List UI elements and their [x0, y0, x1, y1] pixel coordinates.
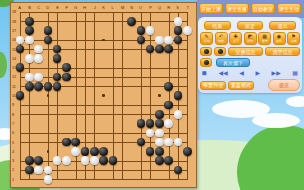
board-intersection[interactable]	[99, 35, 108, 44]
board-intersection[interactable]	[108, 175, 117, 184]
board-intersection[interactable]	[34, 175, 43, 184]
board-intersection[interactable]	[127, 72, 136, 81]
board-intersection[interactable]	[127, 138, 136, 147]
board-intersection[interactable]	[43, 119, 52, 128]
board-intersection[interactable]	[99, 138, 108, 147]
board-intersection[interactable]	[71, 17, 80, 26]
board-intersection[interactable]	[71, 100, 80, 109]
board-intersection[interactable]	[136, 35, 145, 44]
board-intersection[interactable]	[25, 100, 34, 109]
board-intersection[interactable]	[146, 45, 155, 54]
board-intersection[interactable]	[146, 54, 155, 63]
board-intersection[interactable]	[90, 110, 99, 119]
board-intersection[interactable]	[136, 110, 145, 119]
tool-button-悔棋[interactable]: ↶悔棋	[215, 32, 228, 45]
board-intersection[interactable]	[71, 7, 80, 16]
board-intersection[interactable]	[118, 175, 127, 184]
board-intersection[interactable]	[136, 45, 145, 54]
board-intersection[interactable]	[155, 7, 164, 16]
board-intersection[interactable]	[136, 82, 145, 91]
board-intersection[interactable]	[25, 138, 34, 147]
board-intersection[interactable]	[183, 26, 192, 35]
board-intersection[interactable]	[108, 7, 117, 16]
board-intersection[interactable]	[15, 91, 24, 100]
board-intersection[interactable]	[62, 147, 71, 156]
board-intersection[interactable]	[53, 82, 62, 91]
board-intersection[interactable]	[155, 175, 164, 184]
board-intersection[interactable]	[80, 119, 89, 128]
board-intersection[interactable]	[99, 165, 108, 174]
board-intersection[interactable]	[136, 17, 145, 26]
board-intersection[interactable]	[99, 7, 108, 16]
board-intersection[interactable]	[118, 128, 127, 137]
classroom-button[interactable]: 自助教室	[251, 3, 275, 14]
playback-icon[interactable]: ◀	[239, 69, 244, 77]
board-intersection[interactable]	[127, 54, 136, 63]
board-intersection[interactable]	[90, 147, 99, 156]
board-intersection[interactable]	[173, 91, 182, 100]
stone-toggle-button[interactable]	[214, 47, 226, 56]
board-intersection[interactable]	[164, 138, 173, 147]
board-intersection[interactable]	[136, 26, 145, 35]
board-intersection[interactable]	[99, 91, 108, 100]
board-intersection[interactable]	[127, 91, 136, 100]
board-intersection[interactable]	[108, 91, 117, 100]
board-intersection[interactable]	[99, 119, 108, 128]
board-intersection[interactable]	[108, 147, 117, 156]
board-intersection[interactable]	[80, 165, 89, 174]
board-intersection[interactable]	[90, 128, 99, 137]
board-intersection[interactable]	[43, 100, 52, 109]
board-intersection[interactable]	[183, 45, 192, 54]
board-intersection[interactable]	[108, 128, 117, 137]
board-intersection[interactable]	[155, 63, 164, 72]
board-intersection[interactable]	[15, 156, 24, 165]
board-intersection[interactable]	[164, 175, 173, 184]
board-intersection[interactable]	[53, 110, 62, 119]
board-intersection[interactable]	[155, 54, 164, 63]
board-intersection[interactable]	[15, 128, 24, 137]
board-intersection[interactable]	[71, 165, 80, 174]
board-intersection[interactable]	[43, 63, 52, 72]
board-intersection[interactable]	[25, 63, 34, 72]
board-intersection[interactable]	[43, 35, 52, 44]
board-intersection[interactable]	[127, 35, 136, 44]
board-intersection[interactable]	[62, 54, 71, 63]
board-intersection[interactable]	[25, 110, 34, 119]
board-intersection[interactable]	[183, 110, 192, 119]
board-intersection[interactable]	[34, 100, 43, 109]
board-intersection[interactable]	[99, 54, 108, 63]
board-intersection[interactable]	[127, 17, 136, 26]
board-intersection[interactable]	[53, 7, 62, 16]
board-intersection[interactable]	[25, 147, 34, 156]
board-intersection[interactable]	[155, 45, 164, 54]
board-intersection[interactable]	[108, 35, 117, 44]
board-intersection[interactable]	[53, 119, 62, 128]
board-intersection[interactable]	[118, 82, 127, 91]
board-intersection[interactable]	[90, 100, 99, 109]
board-intersection[interactable]	[118, 17, 127, 26]
board-intersection[interactable]	[62, 26, 71, 35]
board-intersection[interactable]	[173, 110, 182, 119]
board-intersection[interactable]	[118, 119, 127, 128]
classroom-button[interactable]: 开始上课	[199, 3, 223, 14]
board-intersection[interactable]	[43, 110, 52, 119]
board-intersection[interactable]	[43, 91, 52, 100]
board-intersection[interactable]	[43, 156, 52, 165]
board-intersection[interactable]	[146, 17, 155, 26]
board-intersection[interactable]	[71, 128, 80, 137]
board-intersection[interactable]	[108, 63, 117, 72]
board-intersection[interactable]	[90, 35, 99, 44]
board-intersection[interactable]	[183, 156, 192, 165]
board-intersection[interactable]	[173, 82, 182, 91]
board-intersection[interactable]	[173, 35, 182, 44]
board-intersection[interactable]	[127, 119, 136, 128]
board-intersection[interactable]	[53, 35, 62, 44]
board-intersection[interactable]	[118, 165, 127, 174]
board-intersection[interactable]	[53, 156, 62, 165]
board-intersection[interactable]	[183, 91, 192, 100]
board-intersection[interactable]	[146, 63, 155, 72]
playback-icon[interactable]: ◼	[202, 69, 207, 77]
board-intersection[interactable]	[80, 35, 89, 44]
board-intersection[interactable]	[99, 45, 108, 54]
board-intersection[interactable]	[90, 72, 99, 81]
board-intersection[interactable]	[164, 17, 173, 26]
board-intersection[interactable]	[136, 7, 145, 16]
tool-button-数子[interactable]: ▦数子	[258, 32, 271, 45]
board-intersection[interactable]	[71, 72, 80, 81]
board-intersection[interactable]	[108, 138, 117, 147]
board-intersection[interactable]	[43, 26, 52, 35]
board-intersection[interactable]	[183, 17, 192, 26]
board-intersection[interactable]	[53, 91, 62, 100]
board-intersection[interactable]	[90, 45, 99, 54]
board-intersection[interactable]	[155, 35, 164, 44]
board-intersection[interactable]	[80, 91, 89, 100]
board-intersection[interactable]	[127, 63, 136, 72]
board-intersection[interactable]	[15, 72, 24, 81]
board-intersection[interactable]	[90, 156, 99, 165]
board-intersection[interactable]	[71, 63, 80, 72]
board-intersection[interactable]	[183, 54, 192, 63]
stone-toggle-button[interactable]	[200, 47, 212, 56]
board-intersection[interactable]	[118, 35, 127, 44]
board-intersection[interactable]	[146, 165, 155, 174]
board-intersection[interactable]	[164, 26, 173, 35]
board-intersection[interactable]	[62, 91, 71, 100]
board-intersection[interactable]	[108, 45, 117, 54]
board-intersection[interactable]	[99, 63, 108, 72]
board-intersection[interactable]	[146, 156, 155, 165]
board-intersection[interactable]	[53, 54, 62, 63]
board-intersection[interactable]	[62, 7, 71, 16]
board-intersection[interactable]	[136, 138, 145, 147]
board-intersection[interactable]	[118, 147, 127, 156]
board-intersection[interactable]	[15, 63, 24, 72]
board-intersection[interactable]	[62, 17, 71, 26]
board-intersection[interactable]	[80, 147, 89, 156]
board-intersection[interactable]	[155, 138, 164, 147]
board-intersection[interactable]	[15, 82, 24, 91]
board-intersection[interactable]	[25, 91, 34, 100]
board-intersection[interactable]	[146, 82, 155, 91]
board-intersection[interactable]	[80, 82, 89, 91]
board-intersection[interactable]	[146, 138, 155, 147]
board-intersection[interactable]	[71, 147, 80, 156]
board-intersection[interactable]	[183, 128, 192, 137]
board-intersection[interactable]	[183, 138, 192, 147]
board-intersection[interactable]	[53, 17, 62, 26]
board-intersection[interactable]	[173, 26, 182, 35]
board-intersection[interactable]	[43, 128, 52, 137]
board-intersection[interactable]	[108, 26, 117, 35]
homework-button[interactable]: 布置作业	[200, 81, 226, 90]
board-intersection[interactable]	[53, 138, 62, 147]
playback-icon[interactable]: ▦	[292, 69, 298, 77]
board-intersection[interactable]	[80, 175, 89, 184]
board-intersection[interactable]	[164, 147, 173, 156]
board-intersection[interactable]	[34, 147, 43, 156]
board-intersection[interactable]	[80, 128, 89, 137]
board-intersection[interactable]	[146, 35, 155, 44]
board-intersection[interactable]	[25, 7, 34, 16]
board-intersection[interactable]	[164, 35, 173, 44]
board-intersection[interactable]	[136, 91, 145, 100]
board-intersection[interactable]	[15, 165, 24, 174]
board-intersection[interactable]	[62, 100, 71, 109]
board-intersection[interactable]	[99, 82, 108, 91]
board-intersection[interactable]	[62, 35, 71, 44]
board-intersection[interactable]	[118, 54, 127, 63]
board-intersection[interactable]	[34, 54, 43, 63]
board-intersection[interactable]	[173, 63, 182, 72]
board-intersection[interactable]	[43, 165, 52, 174]
board-intersection[interactable]	[136, 175, 145, 184]
board-intersection[interactable]	[62, 82, 71, 91]
board-intersection[interactable]	[62, 138, 71, 147]
board-intersection[interactable]	[118, 72, 127, 81]
classroom-button[interactable]: 课堂互动	[277, 3, 301, 14]
board-intersection[interactable]	[146, 7, 155, 16]
board-intersection[interactable]	[173, 17, 182, 26]
board-intersection[interactable]	[108, 100, 117, 109]
board-intersection[interactable]	[164, 100, 173, 109]
board-intersection[interactable]	[15, 110, 24, 119]
board-intersection[interactable]	[118, 110, 127, 119]
board-intersection[interactable]	[80, 156, 89, 165]
turn-indicator-button[interactable]	[200, 58, 212, 67]
board-intersection[interactable]	[173, 119, 182, 128]
board-intersection[interactable]	[80, 26, 89, 35]
board-intersection[interactable]	[80, 63, 89, 72]
board-intersection[interactable]	[164, 156, 173, 165]
board-intersection[interactable]	[62, 72, 71, 81]
board-intersection[interactable]	[34, 63, 43, 72]
board-intersection[interactable]	[164, 82, 173, 91]
board-intersection[interactable]	[136, 63, 145, 72]
tool-button-形势[interactable]: ◩形势	[244, 32, 257, 45]
board-intersection[interactable]	[183, 147, 192, 156]
board-intersection[interactable]	[108, 110, 117, 119]
board-intersection[interactable]	[90, 54, 99, 63]
board-intersection[interactable]	[155, 91, 164, 100]
board-intersection[interactable]	[183, 72, 192, 81]
board-intersection[interactable]	[118, 100, 127, 109]
board-intersection[interactable]	[127, 156, 136, 165]
board-intersection[interactable]	[25, 26, 34, 35]
board-intersection[interactable]	[164, 7, 173, 16]
board-intersection[interactable]	[34, 156, 43, 165]
board-intersection[interactable]	[118, 91, 127, 100]
board-intersection[interactable]	[99, 17, 108, 26]
board-intersection[interactable]	[155, 119, 164, 128]
board-intersection[interactable]	[173, 7, 182, 16]
board-intersection[interactable]	[80, 7, 89, 16]
board-intersection[interactable]	[99, 175, 108, 184]
session-button[interactable]: 设定	[237, 21, 264, 30]
board-intersection[interactable]	[15, 119, 24, 128]
board-intersection[interactable]	[34, 35, 43, 44]
board-intersection[interactable]	[34, 17, 43, 26]
board-intersection[interactable]	[146, 119, 155, 128]
board-intersection[interactable]	[43, 147, 52, 156]
board-intersection[interactable]	[71, 119, 80, 128]
board-intersection[interactable]	[146, 100, 155, 109]
info-button[interactable]: 清空信息	[265, 47, 300, 56]
playback-icon[interactable]: ◀◀	[219, 69, 228, 77]
board-intersection[interactable]	[164, 45, 173, 54]
board-intersection[interactable]	[90, 17, 99, 26]
board-intersection[interactable]	[155, 128, 164, 137]
board-intersection[interactable]	[25, 45, 34, 54]
board-intersection[interactable]	[90, 7, 99, 16]
board-intersection[interactable]	[90, 119, 99, 128]
board-intersection[interactable]	[15, 26, 24, 35]
board-intersection[interactable]	[25, 175, 34, 184]
board-intersection[interactable]	[34, 128, 43, 137]
board-intersection[interactable]	[71, 138, 80, 147]
board-intersection[interactable]	[136, 147, 145, 156]
homework-button[interactable]: 复盘模式	[228, 81, 254, 90]
board-intersection[interactable]	[43, 45, 52, 54]
board-intersection[interactable]	[25, 54, 34, 63]
board-intersection[interactable]	[127, 147, 136, 156]
tool-button-试下[interactable]: ✚试下	[229, 32, 242, 45]
board-intersection[interactable]	[80, 110, 89, 119]
info-button[interactable]: 交换信息	[228, 47, 263, 56]
board-intersection[interactable]	[71, 35, 80, 44]
board-intersection[interactable]	[43, 82, 52, 91]
board-intersection[interactable]	[53, 175, 62, 184]
board-intersection[interactable]	[25, 128, 34, 137]
board-intersection[interactable]	[80, 17, 89, 26]
board-intersection[interactable]	[43, 138, 52, 147]
board-intersection[interactable]	[25, 156, 34, 165]
board-intersection[interactable]	[183, 119, 192, 128]
board-intersection[interactable]	[43, 17, 52, 26]
board-intersection[interactable]	[15, 54, 24, 63]
board-intersection[interactable]	[164, 63, 173, 72]
board-intersection[interactable]	[25, 119, 34, 128]
board-intersection[interactable]	[183, 82, 192, 91]
board-intersection[interactable]	[108, 17, 117, 26]
board-intersection[interactable]	[71, 54, 80, 63]
board-intersection[interactable]	[43, 72, 52, 81]
board-intersection[interactable]	[43, 7, 52, 16]
board-intersection[interactable]	[173, 45, 182, 54]
board-intersection[interactable]	[34, 7, 43, 16]
board-intersection[interactable]	[80, 54, 89, 63]
board-intersection[interactable]	[34, 110, 43, 119]
board-intersection[interactable]	[127, 165, 136, 174]
board-intersection[interactable]	[127, 175, 136, 184]
submit-button[interactable]: 提交	[268, 79, 300, 91]
board-intersection[interactable]	[71, 156, 80, 165]
board-intersection[interactable]	[34, 91, 43, 100]
board-intersection[interactable]	[53, 63, 62, 72]
board-intersection[interactable]	[71, 110, 80, 119]
board-intersection[interactable]	[155, 72, 164, 81]
board-intersection[interactable]	[136, 156, 145, 165]
board-intersection[interactable]	[80, 45, 89, 54]
board-intersection[interactable]	[99, 100, 108, 109]
board-intersection[interactable]	[155, 82, 164, 91]
board-intersection[interactable]	[53, 100, 62, 109]
board-intersection[interactable]	[183, 63, 192, 72]
board-intersection[interactable]	[15, 17, 24, 26]
board-intersection[interactable]	[25, 17, 34, 26]
board-intersection[interactable]	[136, 54, 145, 63]
board-intersection[interactable]	[173, 156, 182, 165]
board-intersection[interactable]	[62, 175, 71, 184]
replay-button[interactable]: 再次摆下	[216, 58, 250, 67]
board-intersection[interactable]	[108, 72, 117, 81]
board-intersection[interactable]	[183, 7, 192, 16]
board-intersection[interactable]	[15, 147, 24, 156]
tool-button-点目[interactable]: ◉点目	[273, 32, 286, 45]
board-intersection[interactable]	[108, 165, 117, 174]
board-intersection[interactable]	[173, 138, 182, 147]
board-intersection[interactable]	[164, 91, 173, 100]
board-intersection[interactable]	[53, 26, 62, 35]
board-intersection[interactable]	[127, 45, 136, 54]
board-intersection[interactable]	[146, 147, 155, 156]
board-intersection[interactable]	[136, 100, 145, 109]
board-intersection[interactable]	[118, 26, 127, 35]
board-intersection[interactable]	[90, 138, 99, 147]
board-intersection[interactable]	[99, 26, 108, 35]
board-intersection[interactable]	[173, 165, 182, 174]
board-intersection[interactable]	[90, 165, 99, 174]
board-intersection[interactable]	[62, 119, 71, 128]
board-intersection[interactable]	[99, 147, 108, 156]
board-intersection[interactable]	[25, 165, 34, 174]
board-intersection[interactable]	[127, 7, 136, 16]
board-intersection[interactable]	[164, 119, 173, 128]
board-intersection[interactable]	[173, 100, 182, 109]
board-intersection[interactable]	[71, 82, 80, 91]
board-intersection[interactable]	[108, 119, 117, 128]
board-intersection[interactable]	[62, 45, 71, 54]
board-intersection[interactable]	[15, 45, 24, 54]
board-intersection[interactable]	[136, 128, 145, 137]
board-intersection[interactable]	[80, 72, 89, 81]
board-intersection[interactable]	[173, 128, 182, 137]
board-intersection[interactable]	[53, 45, 62, 54]
